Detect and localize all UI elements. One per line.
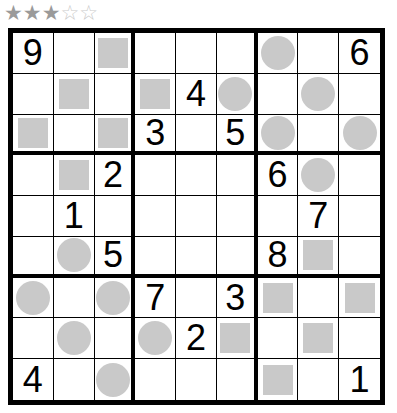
star-filled-icon: ★ <box>42 1 61 25</box>
cell-r9c6[interactable] <box>217 359 258 400</box>
cell-r6c6[interactable] <box>217 237 258 278</box>
cell-r7c2[interactable] <box>54 278 95 319</box>
cell-r7c8[interactable] <box>298 278 339 319</box>
cell-r6c7[interactable]: 8 <box>258 237 299 278</box>
given-digit: 7 <box>298 196 338 236</box>
cell-r3c1[interactable] <box>13 115 54 156</box>
cell-r7c7[interactable] <box>258 278 299 319</box>
given-digit: 2 <box>176 318 216 358</box>
cell-r4c7[interactable]: 6 <box>258 155 299 196</box>
cell-r6c4[interactable] <box>135 237 176 278</box>
cell-r7c6[interactable]: 3 <box>217 278 258 319</box>
cell-r8c7[interactable] <box>258 318 299 359</box>
given-digit: 5 <box>217 115 254 152</box>
cell-r2c4[interactable] <box>135 74 176 115</box>
odd-marker-circle <box>301 158 335 192</box>
cell-r7c5[interactable] <box>176 278 217 319</box>
cell-r8c1[interactable] <box>13 318 54 359</box>
cell-r3c9[interactable] <box>339 115 380 156</box>
given-digit: 2 <box>95 155 132 195</box>
cell-r8c6[interactable] <box>217 318 258 359</box>
cell-r2c1[interactable] <box>13 74 54 115</box>
cell-r1c1[interactable]: 9 <box>13 33 54 74</box>
even-marker-square <box>140 79 170 109</box>
cell-r5c4[interactable] <box>135 196 176 237</box>
given-digit: 6 <box>339 33 380 73</box>
even-marker-square <box>98 118 128 148</box>
cell-r3c3[interactable] <box>95 115 136 156</box>
odd-marker-circle <box>96 363 130 397</box>
cell-r2c2[interactable] <box>54 74 95 115</box>
cell-r4c2[interactable] <box>54 155 95 196</box>
odd-marker-circle <box>57 321 91 355</box>
cell-r8c8[interactable] <box>298 318 339 359</box>
cell-r9c2[interactable] <box>54 359 95 400</box>
cell-r8c9[interactable] <box>339 318 380 359</box>
difficulty-rating: ★★★☆☆ <box>4 0 98 26</box>
even-marker-square <box>303 240 333 270</box>
cell-r8c3[interactable] <box>95 318 136 359</box>
cell-r2c6[interactable] <box>217 74 258 115</box>
cell-r8c4[interactable] <box>135 318 176 359</box>
even-marker-square <box>220 323 250 353</box>
given-digit: 1 <box>339 359 380 400</box>
cell-r9c3[interactable] <box>95 359 136 400</box>
star-empty-icon: ☆ <box>60 1 79 25</box>
cell-r2c5[interactable]: 4 <box>176 74 217 115</box>
cell-r5c5[interactable] <box>176 196 217 237</box>
given-digit: 6 <box>258 155 298 195</box>
cell-r9c1[interactable]: 4 <box>13 359 54 400</box>
cell-r6c1[interactable] <box>13 237 54 278</box>
sudoku-board: 9643526175873241 <box>8 28 385 405</box>
cell-r2c7[interactable] <box>258 74 299 115</box>
given-digit: 9 <box>13 33 53 73</box>
even-marker-square <box>303 323 333 353</box>
cell-r8c5[interactable]: 2 <box>176 318 217 359</box>
odd-marker-circle <box>301 77 335 111</box>
cell-r6c5[interactable] <box>176 237 217 278</box>
cell-r1c8[interactable] <box>298 33 339 74</box>
odd-marker-circle <box>138 321 172 355</box>
even-marker-square <box>263 365 293 395</box>
cell-r5c2[interactable]: 1 <box>54 196 95 237</box>
given-digit: 7 <box>135 278 175 318</box>
odd-marker-circle <box>261 116 295 150</box>
even-marker-square <box>345 283 375 313</box>
given-digit: 3 <box>217 278 254 318</box>
cell-r7c3[interactable] <box>95 278 136 319</box>
given-digit: 3 <box>135 115 175 152</box>
cell-r5c9[interactable] <box>339 196 380 237</box>
cell-r3c6[interactable]: 5 <box>217 115 258 156</box>
cell-r5c7[interactable] <box>258 196 299 237</box>
cell-r3c2[interactable] <box>54 115 95 156</box>
cell-r6c3[interactable]: 5 <box>95 237 136 278</box>
cell-r9c9[interactable]: 1 <box>339 359 380 400</box>
cell-r4c1[interactable] <box>13 155 54 196</box>
given-digit: 4 <box>176 74 216 114</box>
cell-r4c9[interactable] <box>339 155 380 196</box>
cell-r4c3[interactable]: 2 <box>95 155 136 196</box>
cell-r2c8[interactable] <box>298 74 339 115</box>
cell-r1c7[interactable] <box>258 33 299 74</box>
cell-r5c3[interactable] <box>95 196 136 237</box>
cell-r5c8[interactable]: 7 <box>298 196 339 237</box>
star-empty-icon: ☆ <box>79 1 98 25</box>
even-marker-square <box>59 160 89 190</box>
given-digit: 1 <box>54 196 94 236</box>
cell-r9c7[interactable] <box>258 359 299 400</box>
cell-r1c5[interactable] <box>176 33 217 74</box>
cell-r2c3[interactable] <box>95 74 136 115</box>
cell-r3c7[interactable] <box>258 115 299 156</box>
cell-r1c4[interactable] <box>135 33 176 74</box>
cell-r5c6[interactable] <box>217 196 258 237</box>
cell-r3c8[interactable] <box>298 115 339 156</box>
cell-r1c6[interactable] <box>217 33 258 74</box>
cell-r4c5[interactable] <box>176 155 217 196</box>
cell-r3c5[interactable] <box>176 115 217 156</box>
cell-r9c8[interactable] <box>298 359 339 400</box>
cell-r1c2[interactable] <box>54 33 95 74</box>
cell-r9c5[interactable] <box>176 359 217 400</box>
cell-r4c4[interactable] <box>135 155 176 196</box>
given-digit: 5 <box>95 237 132 274</box>
cell-r2c9[interactable] <box>339 74 380 115</box>
cell-r6c2[interactable] <box>54 237 95 278</box>
even-marker-square <box>18 118 48 148</box>
given-digit: 8 <box>258 237 298 274</box>
odd-marker-circle <box>261 36 295 70</box>
even-marker-square <box>263 283 293 313</box>
even-marker-square <box>98 38 128 68</box>
odd-marker-circle <box>16 281 50 315</box>
cell-r8c2[interactable] <box>54 318 95 359</box>
odd-marker-circle <box>343 116 377 150</box>
odd-marker-circle <box>218 77 252 111</box>
cell-r7c4[interactable]: 7 <box>135 278 176 319</box>
cell-r7c9[interactable] <box>339 278 380 319</box>
cell-r3c4[interactable]: 3 <box>135 115 176 156</box>
cell-r1c9[interactable]: 6 <box>339 33 380 74</box>
star-filled-icon: ★ <box>4 1 23 25</box>
cell-r1c3[interactable] <box>95 33 136 74</box>
given-digit: 4 <box>13 359 53 400</box>
cell-r6c9[interactable] <box>339 237 380 278</box>
cell-r7c1[interactable] <box>13 278 54 319</box>
odd-marker-circle <box>96 281 130 315</box>
cell-r4c6[interactable] <box>217 155 258 196</box>
cell-r5c1[interactable] <box>13 196 54 237</box>
cell-r6c8[interactable] <box>298 237 339 278</box>
cell-r9c4[interactable] <box>135 359 176 400</box>
odd-marker-circle <box>57 238 91 272</box>
even-marker-square <box>59 79 89 109</box>
cell-r4c8[interactable] <box>298 155 339 196</box>
star-filled-icon: ★ <box>23 1 42 25</box>
